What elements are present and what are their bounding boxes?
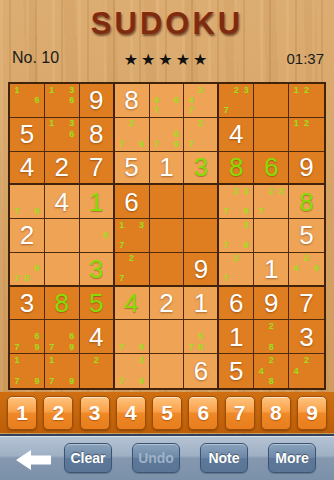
cell-r5c7[interactable]: 379 [219,219,254,253]
note-2: 2 [266,321,276,331]
note-6: 6 [67,95,77,105]
cell-value: 3 [184,152,217,184]
cell-r8c5[interactable] [150,320,185,354]
cell-r6c3[interactable]: 3 [80,253,115,287]
note-6: 6 [67,129,77,139]
cell-value: 1 [219,320,253,353]
note-6: 6 [101,230,111,240]
pencil-notes: 379 [115,354,149,388]
pencil-notes: 578 [184,320,217,353]
pencil-notes: 12 [289,84,324,117]
pencil-notes: 27 [219,253,253,285]
cell-r4c9[interactable]: 8 [289,185,324,219]
cell-value: 1 [150,152,184,184]
note-2: 2 [196,119,206,129]
numpad-button-8[interactable]: 8 [261,396,291,430]
numpad-button-6[interactable]: 6 [188,396,218,430]
note-7: 7 [12,376,22,387]
cell-r1c9[interactable]: 12 [289,84,324,118]
cell-r6c8[interactable]: 1 [254,253,289,287]
pencil-notes: 27 [184,118,217,151]
note-9: 9 [32,342,42,352]
note-9: 9 [67,376,77,387]
note-1: 1 [117,220,127,230]
note-9: 9 [241,207,251,217]
cell-value: 8 [219,152,253,184]
cell-r3c6[interactable]: 3 [184,152,219,186]
pencil-notes: 6 [80,219,113,252]
cell-r9c9[interactable]: 24 [289,354,324,388]
number-pad: 123456789 [0,392,334,433]
note-8: 8 [266,342,276,352]
note-7: 7 [117,241,127,251]
note-2: 2 [266,186,276,196]
pencil-notes: 246 [289,253,324,285]
cell-r4c5[interactable] [150,185,185,219]
note-9: 9 [137,376,147,387]
cell-r8c3[interactable]: 4 [80,320,115,354]
pencil-notes: 16 [10,84,44,117]
note-9: 9 [67,342,77,352]
numpad-button-1[interactable]: 1 [7,396,37,430]
pencil-notes: 678 [10,253,44,285]
note-2: 2 [301,85,311,95]
note-7: 7 [117,342,127,352]
note-2: 2 [231,186,241,196]
difficulty-stars: ★★★★★ [0,50,334,69]
cell-r2c4[interactable]: 279 [115,118,150,152]
note-6: 6 [171,95,181,105]
cell-value: 7 [80,152,113,184]
cell-r8c7[interactable]: 1 [219,320,254,354]
note-7: 7 [221,207,231,217]
more-button[interactable]: More [268,443,316,473]
note-1: 1 [47,355,57,366]
note-7: 7 [152,106,162,116]
pencil-notes: 2379 [219,185,253,218]
cell-r8c1[interactable]: 679 [10,320,45,354]
cell-value: 1 [254,253,288,285]
note-3: 3 [67,85,77,95]
cell-value: 9 [184,253,217,285]
cell-r6c6[interactable]: 9 [184,253,219,287]
note-2: 2 [266,355,276,366]
cell-r7c9[interactable]: 7 [289,287,324,321]
cell-value: 4 [10,152,44,184]
cell-r2c6[interactable]: 27 [184,118,219,152]
cell-value: 7 [289,287,324,320]
cell-value: 6 [184,354,217,388]
note-6: 6 [67,332,77,342]
pencil-notes: 136 [45,84,79,117]
cell-r7c3[interactable]: 5 [80,287,115,321]
cell-r2c5[interactable]: 679 [150,118,185,152]
note-2: 2 [231,254,241,264]
cell-r4c3[interactable]: 1 [80,185,115,219]
cell-value: 8 [115,84,149,117]
cell-r7c2[interactable]: 8 [45,287,80,321]
note-1: 1 [47,119,57,129]
note-7: 7 [47,376,57,387]
cell-value: 1 [184,287,217,320]
note-3: 3 [241,186,251,196]
pencil-notes: 24 [289,354,324,388]
note-6: 6 [32,95,42,105]
pencil-notes: 237 [254,185,288,218]
cell-r7c1[interactable]: 3 [10,287,45,321]
numpad-button-4[interactable]: 4 [116,396,146,430]
note-1: 1 [291,85,301,95]
note-9: 9 [137,139,147,149]
cell-r4c2[interactable]: 4 [45,185,80,219]
note-1: 1 [47,85,57,95]
cell-r2c9[interactable]: 12 [289,118,324,152]
note-2: 2 [127,119,137,129]
note-7: 7 [221,241,231,251]
note-7: 7 [12,342,22,352]
cell-r3c9[interactable]: 9 [289,152,324,186]
cell-r3c4[interactable]: 5 [115,152,150,186]
bottom-toolbar: ClearUndoNoteMore [0,434,334,480]
cell-r1c8[interactable] [254,84,289,118]
cell-value: 2 [150,287,184,320]
note-button[interactable]: Note [200,443,248,473]
cell-r9c5[interactable] [150,354,185,388]
cell-r4c4[interactable]: 6 [115,185,150,219]
note-8: 8 [22,274,32,284]
pencil-notes: 279 [115,118,149,151]
cell-r9c8[interactable]: 248 [254,354,289,388]
cell-r5c5[interactable] [150,219,185,253]
cell-r9c1[interactable]: 179 [10,354,45,388]
note-6: 6 [32,264,42,274]
cell-r7c4[interactable]: 4 [115,287,150,321]
note-2: 2 [127,254,137,264]
status-bar: No. 10 ★★★★★ 01:37 [0,49,334,69]
cell-r3c1[interactable]: 4 [10,152,45,186]
cell-value: 5 [219,354,253,388]
cell-value: 6 [115,185,149,218]
cell-r8c2[interactable]: 679 [45,320,80,354]
pencil-notes: 137 [115,219,149,252]
pencil-notes: 79 [10,185,44,218]
pencil-notes: 679 [150,118,184,151]
pencil-notes: 247 [184,84,217,117]
cell-value: 4 [115,287,149,320]
note-7: 7 [186,106,196,116]
cell-r1c2[interactable]: 136 [45,84,80,118]
note-1: 1 [291,119,301,129]
note-7: 7 [221,106,231,116]
page-title: SUDOKU [0,6,334,42]
numpad-button-9[interactable]: 9 [297,396,327,430]
pencil-notes: 2 [80,354,113,388]
cell-r1c6[interactable]: 247 [184,84,219,118]
cell-r7c6[interactable]: 1 [184,287,219,321]
note-2: 2 [231,85,241,95]
note-7: 7 [186,139,196,149]
cell-r5c4[interactable]: 137 [115,219,150,253]
note-2: 2 [301,254,311,264]
cell-value: 4 [45,185,79,218]
cell-r3c2[interactable]: 2 [45,152,80,186]
cell-r8c8[interactable]: 28 [254,320,289,354]
cell-r1c4[interactable]: 8 [115,84,150,118]
cell-value: 5 [289,219,324,252]
cell-r6c5[interactable] [150,253,185,287]
cell-r1c5[interactable]: 467 [150,84,185,118]
note-7: 7 [221,274,231,284]
note-6: 6 [32,332,42,342]
back-arrow-icon [15,449,53,471]
cell-value: 6 [219,287,253,320]
pencil-notes: 136 [45,118,79,151]
clear-button[interactable]: Clear [64,443,112,473]
cell-r5c1[interactable]: 2 [10,219,45,253]
cell-r8c9[interactable]: 3 [289,320,324,354]
cell-value: 6 [254,152,288,184]
note-2: 2 [301,355,311,366]
numpad-button-5[interactable]: 5 [152,396,182,430]
cell-value: 5 [80,287,113,320]
cell-r9c4[interactable]: 379 [115,354,150,388]
cell-r1c3[interactable]: 9 [80,84,115,118]
cell-value: 4 [80,320,113,353]
pencil-notes: 179 [45,354,79,388]
note-1: 1 [12,355,22,366]
pencil-notes: 12 [289,118,324,151]
cell-r2c7[interactable]: 4 [219,118,254,152]
note-7: 7 [256,207,266,217]
note-7: 7 [117,376,127,387]
numpad-button-7[interactable]: 7 [225,396,255,430]
cell-value: 8 [289,185,324,218]
cell-value: 2 [45,152,79,184]
cell-value: 3 [80,253,113,285]
pencil-notes: 467 [150,84,184,117]
cell-r3c7[interactable]: 8 [219,152,254,186]
cell-r2c2[interactable]: 136 [45,118,80,152]
cell-r4c6[interactable] [184,185,219,219]
note-3: 3 [137,220,147,230]
cell-value: 5 [10,118,44,151]
note-8: 8 [266,376,276,387]
cell-r4c7[interactable]: 2379 [219,185,254,219]
cell-r5c6[interactable] [184,219,219,253]
note-7: 7 [117,274,127,284]
note-4: 4 [291,264,301,274]
note-7: 7 [152,139,162,149]
pencil-notes: 237 [219,84,253,117]
cell-r5c9[interactable]: 5 [289,219,324,253]
cell-r5c2[interactable] [45,219,80,253]
note-7: 7 [12,274,22,284]
cell-r9c3[interactable]: 2 [80,354,115,388]
cell-value: 9 [254,287,288,320]
sudoku-board: 1613698467247237125136827967927412427513… [8,82,326,390]
note-9: 9 [241,241,251,251]
cell-r7c7[interactable]: 6 [219,287,254,321]
cell-r2c3[interactable]: 8 [80,118,115,152]
note-2: 2 [91,355,101,366]
numpad-button-3[interactable]: 3 [80,396,110,430]
note-3: 3 [276,186,286,196]
pencil-notes: 679 [45,320,79,353]
note-9: 9 [32,376,42,387]
cell-r8c4[interactable]: 79 [115,320,150,354]
cell-r6c4[interactable]: 27 [115,253,150,287]
cell-value: 5 [115,152,149,184]
note-7: 7 [47,342,57,352]
cell-r7c8[interactable]: 9 [254,287,289,321]
cell-r6c9[interactable]: 246 [289,253,324,287]
cell-r9c6[interactable]: 6 [184,354,219,388]
pencil-notes: 679 [10,320,44,353]
pencil-notes: 28 [254,320,288,353]
cell-value: 9 [289,152,324,184]
note-5: 5 [196,332,206,342]
note-4: 4 [291,366,301,377]
cell-r3c5[interactable]: 1 [150,152,185,186]
note-4: 4 [152,95,162,105]
note-4: 4 [256,366,266,377]
cell-r5c8[interactable] [254,219,289,253]
cell-value: 3 [289,320,324,353]
note-7: 7 [12,207,22,217]
cell-r3c3[interactable]: 7 [80,152,115,186]
cell-value: 1 [80,185,113,218]
note-7: 7 [186,342,196,352]
cell-value: 8 [80,118,113,151]
note-9: 9 [137,342,147,352]
pencil-notes: 248 [254,354,288,388]
cell-r9c7[interactable]: 5 [219,354,254,388]
pencil-notes: 79 [115,320,149,353]
note-9: 9 [171,139,181,149]
pencil-notes: 27 [115,253,149,285]
note-8: 8 [196,342,206,352]
cell-r6c7[interactable]: 27 [219,253,254,287]
note-2: 2 [196,85,206,95]
cell-r3c8[interactable]: 6 [254,152,289,186]
cell-r6c2[interactable] [45,253,80,287]
cell-value: 4 [219,118,253,151]
pencil-notes: 379 [219,219,253,252]
note-3: 3 [137,355,147,366]
numpad-button-2[interactable]: 2 [43,396,73,430]
cell-value: 2 [10,219,44,252]
note-7: 7 [117,139,127,149]
cell-r4c1[interactable]: 79 [10,185,45,219]
cell-r6c1[interactable]: 678 [10,253,45,287]
note-9: 9 [32,207,42,217]
timer: 01:37 [286,50,324,67]
cell-r1c7[interactable]: 237 [219,84,254,118]
cell-r8c6[interactable]: 578 [184,320,219,354]
note-2: 2 [301,119,311,129]
app-screen: SUDOKU No. 10 ★★★★★ 01:37 16136984672472… [0,0,334,480]
cell-value: 9 [80,84,113,117]
cell-r7c5[interactable]: 2 [150,287,185,321]
cell-r2c8[interactable] [254,118,289,152]
undo-button[interactable]: Undo [132,443,180,473]
cell-value: 8 [45,287,79,320]
note-6: 6 [171,129,181,139]
pencil-notes: 179 [10,354,44,388]
cell-r5c3[interactable]: 6 [80,219,115,253]
back-button[interactable] [15,449,53,471]
note-3: 3 [241,220,251,230]
note-1: 1 [12,85,22,95]
cell-r4c8[interactable]: 237 [254,185,289,219]
note-3: 3 [241,85,251,95]
note-3: 3 [67,119,77,129]
cell-r9c2[interactable]: 179 [45,354,80,388]
note-6: 6 [312,264,322,274]
note-4: 4 [186,95,196,105]
cell-r1c1[interactable]: 16 [10,84,45,118]
cell-r2c1[interactable]: 5 [10,118,45,152]
cell-value: 3 [10,287,44,320]
